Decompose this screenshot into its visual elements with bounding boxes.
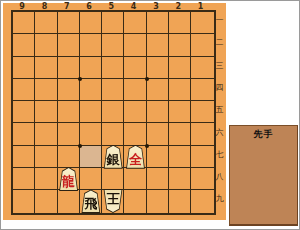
board-square[interactable] <box>124 57 146 79</box>
board-square[interactable] <box>147 168 169 190</box>
board-square[interactable] <box>35 168 57 190</box>
column-label-1: 1 <box>189 2 211 10</box>
board-square[interactable] <box>102 123 124 145</box>
board-square[interactable] <box>35 34 57 56</box>
board-square[interactable] <box>58 146 80 168</box>
column-label-6: 6 <box>78 2 100 10</box>
sente-piece-stand: 先手 <box>229 125 298 226</box>
board-square[interactable] <box>191 12 213 34</box>
board-square[interactable] <box>13 12 35 34</box>
board-square[interactable] <box>102 101 124 123</box>
board-grid: 銀全龍飛王 <box>11 10 216 215</box>
board-square[interactable] <box>80 101 102 123</box>
board-square[interactable] <box>169 57 191 79</box>
board-square[interactable] <box>13 123 35 145</box>
board-square[interactable] <box>35 190 57 212</box>
board-square[interactable] <box>169 12 191 34</box>
column-label-3: 3 <box>145 2 167 10</box>
board-square[interactable] <box>147 190 169 212</box>
board-square[interactable] <box>35 57 57 79</box>
board-square[interactable] <box>147 123 169 145</box>
piece-kanji: 飛 <box>84 197 97 210</box>
board-square[interactable] <box>80 123 102 145</box>
column-label-9: 9 <box>11 2 33 10</box>
star-point <box>78 144 82 148</box>
board-square[interactable] <box>13 79 35 101</box>
column-label-7: 7 <box>56 2 78 10</box>
board-square[interactable] <box>102 79 124 101</box>
piece-kanji: 龍 <box>62 175 75 188</box>
board-square[interactable] <box>124 12 146 34</box>
board-square[interactable] <box>191 190 213 212</box>
board-square[interactable] <box>147 79 169 101</box>
shogi-board: 987654321 一二三四五六七八九 銀全龍飛王 <box>3 3 226 220</box>
board-square[interactable] <box>147 34 169 56</box>
board-square[interactable] <box>58 57 80 79</box>
board-square[interactable] <box>124 123 146 145</box>
board-square[interactable] <box>124 168 146 190</box>
board-square[interactable] <box>13 146 35 168</box>
star-point <box>145 144 149 148</box>
board-square[interactable] <box>58 101 80 123</box>
board-square[interactable] <box>191 79 213 101</box>
board-square[interactable] <box>58 34 80 56</box>
board-square[interactable] <box>124 34 146 56</box>
board-square[interactable] <box>80 168 102 190</box>
board-square[interactable] <box>191 34 213 56</box>
board-square[interactable] <box>147 101 169 123</box>
highlighted-square-6g[interactable] <box>80 146 102 168</box>
board-square[interactable] <box>13 57 35 79</box>
board-square[interactable] <box>102 12 124 34</box>
column-label-2: 2 <box>167 2 189 10</box>
board-square[interactable] <box>58 190 80 212</box>
board-square[interactable] <box>58 123 80 145</box>
board-square[interactable] <box>124 79 146 101</box>
board-square[interactable] <box>169 34 191 56</box>
board-square[interactable] <box>124 101 146 123</box>
sente-label: 先手 <box>230 128 297 141</box>
board-square[interactable] <box>169 168 191 190</box>
board-square[interactable] <box>13 168 35 190</box>
board-square[interactable] <box>35 146 57 168</box>
board-square[interactable] <box>191 57 213 79</box>
board-square[interactable] <box>102 57 124 79</box>
star-point <box>145 77 149 81</box>
board-square[interactable] <box>147 57 169 79</box>
board-square[interactable] <box>191 123 213 145</box>
board-square[interactable] <box>13 101 35 123</box>
board-square[interactable] <box>147 146 169 168</box>
board-square[interactable] <box>58 79 80 101</box>
column-label-8: 8 <box>33 2 55 10</box>
board-square[interactable] <box>80 34 102 56</box>
board-square[interactable] <box>191 168 213 190</box>
board-square[interactable] <box>169 190 191 212</box>
board-square[interactable] <box>102 168 124 190</box>
board-square[interactable] <box>191 146 213 168</box>
board-square[interactable] <box>124 190 146 212</box>
board-square[interactable] <box>13 190 35 212</box>
piece-kanji: 銀 <box>107 153 120 166</box>
column-label-5: 5 <box>100 2 122 10</box>
board-square[interactable] <box>13 34 35 56</box>
board-square[interactable] <box>169 79 191 101</box>
board-square[interactable] <box>35 123 57 145</box>
star-point <box>78 77 82 81</box>
board-square[interactable] <box>147 12 169 34</box>
shogi-app-window: 987654321 一二三四五六七八九 銀全龍飛王 先手 <box>0 0 300 230</box>
board-square[interactable] <box>80 57 102 79</box>
board-square[interactable] <box>169 123 191 145</box>
board-square[interactable] <box>58 12 80 34</box>
column-label-4: 4 <box>123 2 145 10</box>
board-square[interactable] <box>35 12 57 34</box>
board-square[interactable] <box>169 146 191 168</box>
piece-kanji: 王 <box>107 192 120 205</box>
board-square[interactable] <box>169 101 191 123</box>
board-square[interactable] <box>80 79 102 101</box>
piece-kanji: 全 <box>129 153 142 166</box>
board-square[interactable] <box>191 101 213 123</box>
board-square[interactable] <box>102 34 124 56</box>
board-square[interactable] <box>35 101 57 123</box>
board-square[interactable] <box>35 79 57 101</box>
board-square[interactable] <box>80 12 102 34</box>
